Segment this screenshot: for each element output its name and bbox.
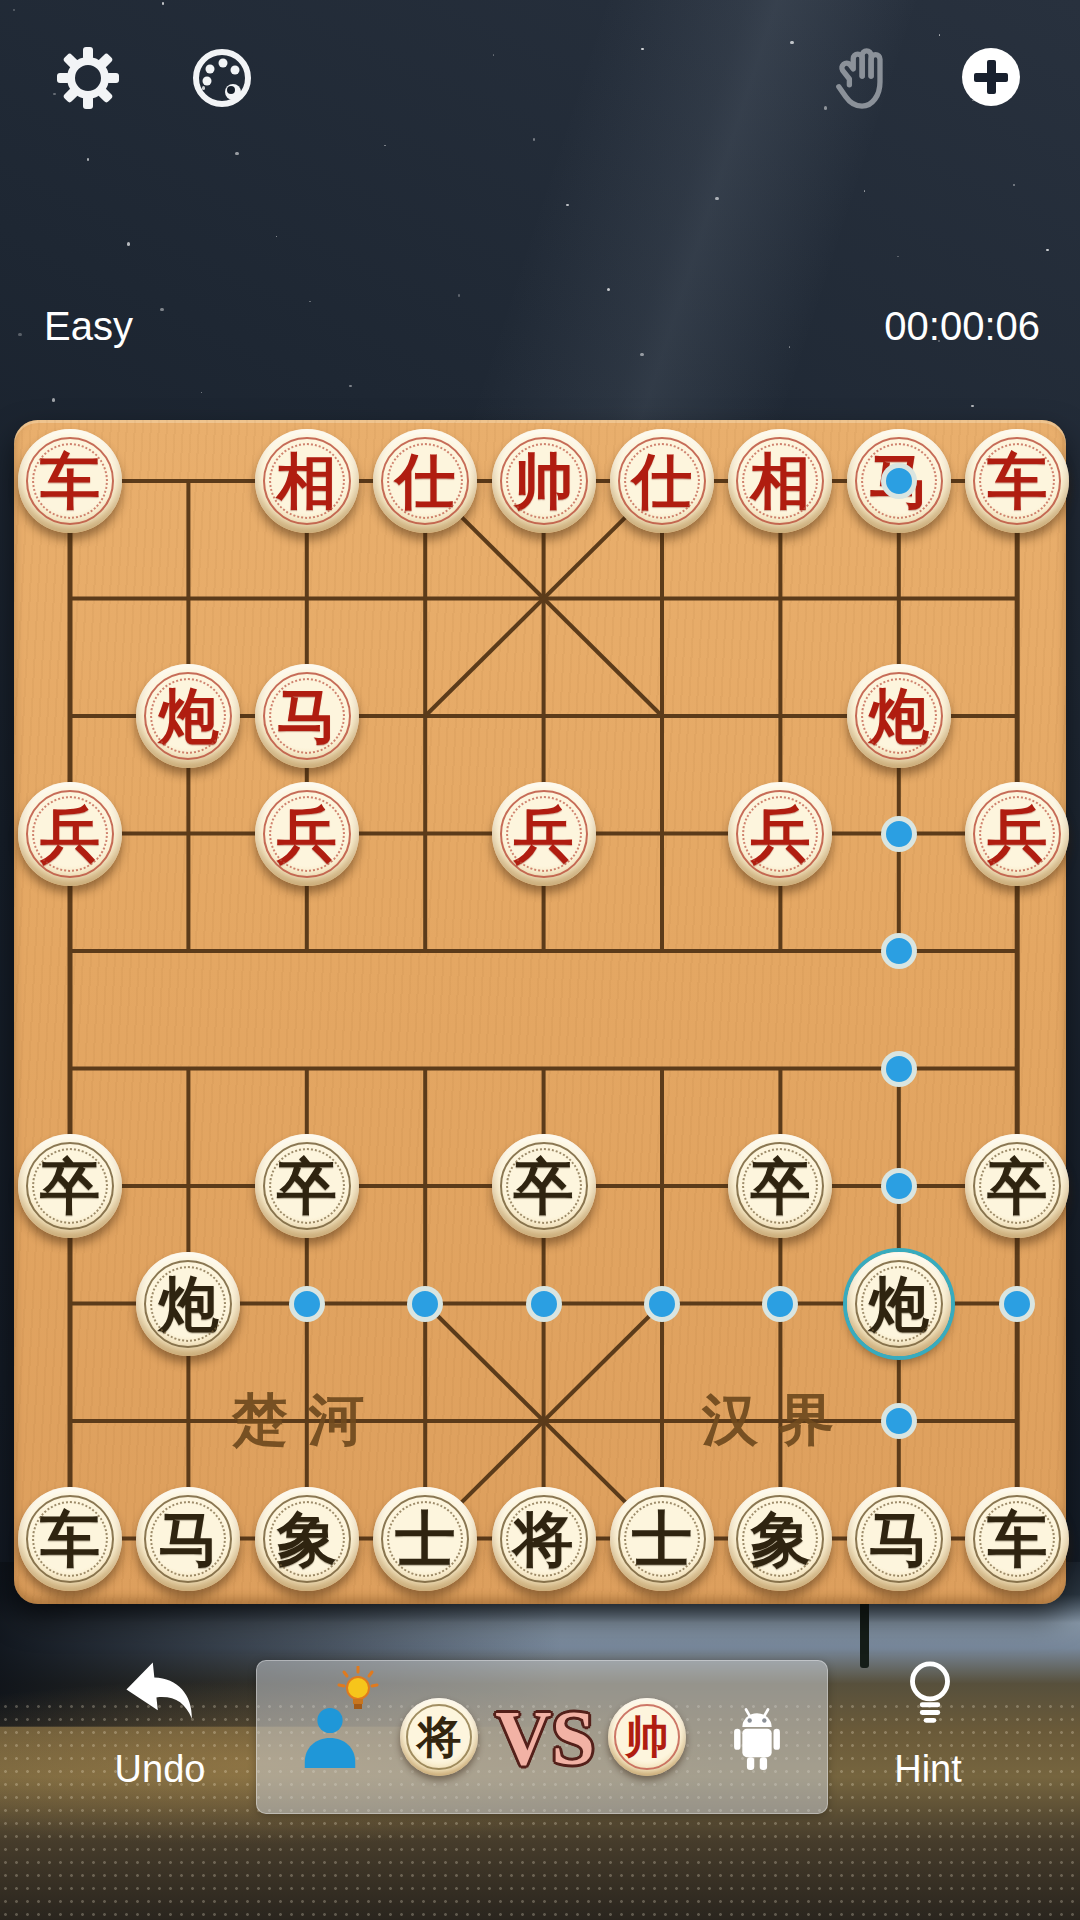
undo-button[interactable] bbox=[122, 1662, 198, 1728]
star bbox=[52, 398, 56, 402]
board-piece-red[interactable]: 炮 bbox=[847, 664, 951, 768]
settings-button[interactable] bbox=[56, 48, 120, 112]
undo-label[interactable]: Undo bbox=[90, 1748, 230, 1791]
board-piece-red[interactable]: 马 bbox=[255, 664, 359, 768]
move-hint-dot[interactable] bbox=[881, 1168, 917, 1204]
star bbox=[640, 353, 644, 357]
board-piece-red[interactable]: 相 bbox=[728, 429, 832, 533]
star bbox=[566, 204, 569, 207]
board-piece-red[interactable]: 车 bbox=[18, 429, 122, 533]
android-robot-icon bbox=[724, 1700, 790, 1774]
board-piece-red[interactable]: 仕 bbox=[373, 429, 477, 533]
board-piece-black[interactable]: 将 bbox=[492, 1487, 596, 1591]
star bbox=[641, 48, 644, 51]
move-hint-dot[interactable] bbox=[881, 1403, 917, 1439]
river-label-left: 楚河 bbox=[232, 1383, 384, 1459]
river-label-right: 汉界 bbox=[702, 1383, 854, 1459]
move-hint-dot[interactable] bbox=[407, 1286, 443, 1322]
board-piece-black[interactable]: 象 bbox=[255, 1487, 359, 1591]
star bbox=[235, 152, 239, 156]
app-screen: Easy 00:00:06 楚河 汉界 车相仕帅仕相马车炮马炮兵兵兵兵兵卒卒卒卒… bbox=[0, 0, 1080, 1920]
undo-arrow-icon bbox=[122, 1660, 198, 1730]
star bbox=[607, 288, 611, 292]
board-piece-black[interactable]: 卒 bbox=[18, 1134, 122, 1238]
star bbox=[276, 236, 278, 238]
star bbox=[715, 197, 719, 201]
star bbox=[897, 256, 899, 258]
hand-icon bbox=[830, 46, 892, 116]
star bbox=[864, 190, 866, 192]
difficulty-label: Easy bbox=[44, 304, 133, 349]
move-hint-dot[interactable] bbox=[644, 1286, 680, 1322]
board-piece-black[interactable]: 象 bbox=[728, 1487, 832, 1591]
board-piece-black[interactable]: 卒 bbox=[492, 1134, 596, 1238]
star bbox=[824, 106, 828, 110]
star bbox=[1013, 184, 1016, 187]
capture-hint-dot[interactable] bbox=[881, 463, 917, 499]
board-piece-black[interactable]: 马 bbox=[136, 1487, 240, 1591]
board-piece-red[interactable]: 兵 bbox=[492, 782, 596, 886]
board-piece-red[interactable]: 兵 bbox=[965, 782, 1069, 886]
move-hint-dot[interactable] bbox=[881, 816, 917, 852]
star bbox=[533, 138, 536, 141]
board-piece-red[interactable]: 兵 bbox=[255, 782, 359, 886]
palette-icon bbox=[190, 46, 254, 114]
board-piece-red[interactable]: 相 bbox=[255, 429, 359, 533]
star bbox=[309, 301, 311, 303]
board-piece-black[interactable]: 卒 bbox=[728, 1134, 832, 1238]
move-hint-dot[interactable] bbox=[881, 1051, 917, 1087]
move-hint-dot[interactable] bbox=[999, 1286, 1035, 1322]
board-piece-red[interactable]: 兵 bbox=[728, 782, 832, 886]
board-piece-black[interactable]: 车 bbox=[18, 1487, 122, 1591]
star bbox=[971, 405, 974, 408]
star bbox=[13, 9, 15, 11]
star bbox=[349, 385, 352, 388]
star bbox=[18, 333, 22, 337]
new-game-button[interactable] bbox=[962, 48, 1020, 106]
opponent-side-piece: 帅 bbox=[608, 1698, 686, 1776]
star bbox=[384, 145, 386, 147]
move-hint-dot[interactable] bbox=[881, 933, 917, 969]
player-side-piece: 将 bbox=[400, 1698, 478, 1776]
board-piece-black[interactable]: 卒 bbox=[965, 1134, 1069, 1238]
star bbox=[160, 308, 164, 312]
star bbox=[127, 242, 131, 246]
board-piece-black[interactable]: 车 bbox=[965, 1487, 1069, 1591]
plus-icon bbox=[962, 48, 1020, 106]
move-hint-dot[interactable] bbox=[289, 1286, 325, 1322]
board-piece-red[interactable]: 帅 bbox=[492, 429, 596, 533]
board-piece-red[interactable]: 炮 bbox=[136, 664, 240, 768]
board-piece-black[interactable]: 炮 bbox=[847, 1252, 951, 1356]
board-piece-red[interactable]: 兵 bbox=[18, 782, 122, 886]
pan-mode-button[interactable] bbox=[830, 48, 892, 114]
board-piece-black[interactable]: 炮 bbox=[136, 1252, 240, 1356]
star bbox=[789, 346, 791, 348]
star bbox=[939, 34, 941, 36]
star bbox=[1046, 249, 1049, 252]
star bbox=[493, 54, 495, 56]
theme-button[interactable] bbox=[190, 48, 254, 112]
hint-label[interactable]: Hint bbox=[858, 1748, 998, 1791]
hint-button[interactable] bbox=[902, 1660, 958, 1734]
star bbox=[458, 294, 461, 297]
vs-label: VS bbox=[487, 1692, 603, 1784]
star bbox=[87, 158, 90, 161]
move-hint-dot[interactable] bbox=[526, 1286, 562, 1322]
hint-bulb-icon bbox=[902, 1658, 958, 1736]
board-piece-red[interactable]: 仕 bbox=[610, 429, 714, 533]
board-piece-black[interactable]: 马 bbox=[847, 1487, 951, 1591]
move-hint-dot[interactable] bbox=[762, 1286, 798, 1322]
xiangqi-board[interactable]: 楚河 汉界 车相仕帅仕相马车炮马炮兵兵兵兵兵卒卒卒卒卒炮炮车马象士将士象马车 bbox=[14, 420, 1066, 1604]
board-piece-red[interactable]: 车 bbox=[965, 429, 1069, 533]
star bbox=[162, 2, 165, 5]
board-piece-black[interactable]: 士 bbox=[373, 1487, 477, 1591]
board-piece-black[interactable]: 士 bbox=[610, 1487, 714, 1591]
star bbox=[790, 41, 794, 45]
idea-bulb-icon bbox=[336, 1666, 380, 1718]
game-timer: 00:00:06 bbox=[884, 304, 1040, 349]
gear-icon bbox=[56, 46, 120, 114]
star bbox=[201, 392, 203, 394]
board-piece-black[interactable]: 卒 bbox=[255, 1134, 359, 1238]
